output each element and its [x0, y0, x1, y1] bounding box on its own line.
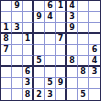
sudoku-cell-empty[interactable] [34, 67, 45, 78]
sudoku-cell-empty[interactable] [89, 1, 100, 12]
sudoku-cell-given[interactable]: 5 [45, 78, 56, 89]
sudoku-cell-empty[interactable] [12, 67, 23, 78]
sudoku-cell-empty[interactable] [89, 23, 100, 34]
sudoku-cell-empty[interactable] [78, 1, 89, 12]
sudoku-cell-empty[interactable] [78, 12, 89, 23]
sudoku-cell-empty[interactable] [67, 78, 78, 89]
sudoku-cell-empty[interactable] [78, 34, 89, 45]
sudoku-cell-given[interactable]: 4 [67, 1, 78, 12]
sudoku-cell-empty[interactable] [12, 78, 23, 89]
sudoku-cell-given[interactable]: 1 [56, 1, 67, 12]
sudoku-cell-empty[interactable] [1, 1, 12, 12]
sudoku-cell-empty[interactable] [56, 45, 67, 56]
sudoku-cell-given[interactable]: 3 [45, 89, 56, 100]
sudoku-cell-empty[interactable] [12, 45, 23, 56]
sudoku-cell-given[interactable]: 9 [12, 1, 23, 12]
sudoku-cell-empty[interactable] [89, 34, 100, 45]
sudoku-cell-empty[interactable] [34, 78, 45, 89]
sudoku-cell-given[interactable]: 9 [56, 78, 67, 89]
sudoku-cell-given[interactable]: 6 [23, 67, 34, 78]
sudoku-cell-given[interactable]: 5 [78, 89, 89, 100]
sudoku-cell-empty[interactable] [78, 45, 89, 56]
sudoku-cell-empty[interactable] [1, 56, 12, 67]
sudoku-cell-empty[interactable] [78, 78, 89, 89]
sudoku-app: 9614943139817765846833598235 [0, 0, 101, 101]
sudoku-cell-empty[interactable] [56, 89, 67, 100]
sudoku-cell-given[interactable]: 6 [45, 1, 56, 12]
sudoku-cell-given[interactable]: 2 [34, 89, 45, 100]
sudoku-cell-given[interactable]: 9 [34, 12, 45, 23]
sudoku-cell-given[interactable]: 4 [89, 56, 100, 67]
sudoku-cell-empty[interactable] [12, 89, 23, 100]
sudoku-cell-empty[interactable] [34, 1, 45, 12]
sudoku-cell-given[interactable]: 8 [1, 34, 12, 45]
sudoku-cell-empty[interactable] [56, 12, 67, 23]
sudoku-cell-empty[interactable] [12, 12, 23, 23]
sudoku-cell-empty[interactable] [45, 34, 56, 45]
sudoku-cell-given[interactable]: 1 [1, 23, 12, 34]
sudoku-cell-empty[interactable] [45, 45, 56, 56]
sudoku-cell-empty[interactable] [23, 12, 34, 23]
sudoku-cell-given[interactable]: 6 [89, 45, 100, 56]
sudoku-cell-given[interactable]: 3 [23, 78, 34, 89]
sudoku-cell-empty[interactable] [45, 67, 56, 78]
sudoku-cell-empty[interactable] [78, 23, 89, 34]
sudoku-cell-empty[interactable] [23, 45, 34, 56]
sudoku-cell-given[interactable]: 9 [67, 23, 78, 34]
sudoku-cell-empty[interactable] [56, 67, 67, 78]
sudoku-cell-empty[interactable] [67, 89, 78, 100]
sudoku-cell-empty[interactable] [67, 34, 78, 45]
sudoku-board: 9614943139817765846833598235 [0, 0, 101, 101]
sudoku-cell-empty[interactable] [56, 23, 67, 34]
sudoku-cell-empty[interactable] [45, 56, 56, 67]
sudoku-cell-given[interactable]: 8 [78, 67, 89, 78]
sudoku-cell-empty[interactable] [67, 45, 78, 56]
sudoku-cell-empty[interactable] [89, 12, 100, 23]
sudoku-cell-empty[interactable] [34, 34, 45, 45]
sudoku-cell-given[interactable]: 3 [67, 12, 78, 23]
sudoku-cell-empty[interactable] [1, 78, 12, 89]
sudoku-cell-empty[interactable] [34, 45, 45, 56]
sudoku-cell-given[interactable]: 8 [67, 56, 78, 67]
sudoku-cell-empty[interactable] [23, 56, 34, 67]
sudoku-cell-empty[interactable] [89, 89, 100, 100]
sudoku-cell-given[interactable]: 7 [1, 45, 12, 56]
sudoku-cell-given[interactable]: 1 [23, 34, 34, 45]
sudoku-cell-given[interactable]: 8 [23, 89, 34, 100]
sudoku-cell-empty[interactable] [45, 23, 56, 34]
sudoku-cell-empty[interactable] [89, 78, 100, 89]
sudoku-cell-empty[interactable] [78, 56, 89, 67]
sudoku-cell-empty[interactable] [12, 34, 23, 45]
sudoku-cell-empty[interactable] [34, 23, 45, 34]
sudoku-cell-empty[interactable] [56, 56, 67, 67]
sudoku-cell-empty[interactable] [1, 12, 12, 23]
sudoku-cell-given[interactable]: 3 [89, 67, 100, 78]
sudoku-cell-empty[interactable] [1, 67, 12, 78]
sudoku-cell-empty[interactable] [1, 89, 12, 100]
sudoku-cell-given[interactable]: 3 [12, 23, 23, 34]
sudoku-cell-given[interactable]: 4 [45, 12, 56, 23]
sudoku-cell-given[interactable]: 5 [34, 56, 45, 67]
sudoku-cell-given[interactable]: 7 [56, 34, 67, 45]
sudoku-cell-empty[interactable] [23, 23, 34, 34]
sudoku-cell-empty[interactable] [12, 56, 23, 67]
sudoku-cell-empty[interactable] [67, 67, 78, 78]
sudoku-cell-empty[interactable] [23, 1, 34, 12]
